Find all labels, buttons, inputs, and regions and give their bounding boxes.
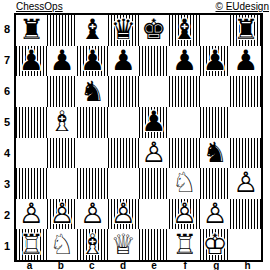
square-e7: [139, 46, 170, 77]
square-a5: [16, 107, 47, 138]
black-pawn: ♟♟: [108, 46, 139, 77]
white-pawn: ♟♙: [16, 199, 47, 230]
square-c5: [77, 107, 108, 138]
white-pawn: ♟♙: [108, 199, 139, 230]
black-king: ♚♚: [139, 15, 170, 46]
piece-glyph: ♟: [139, 107, 170, 138]
white-knight: ♞♘: [169, 168, 200, 199]
white-bishop: ♝♗: [77, 229, 108, 260]
white-pawn: ♟♙: [230, 168, 261, 199]
square-f5: [169, 107, 200, 138]
square-h5: [230, 107, 261, 138]
piece-glyph: ♖: [169, 229, 200, 260]
piece-glyph: ♟: [16, 46, 47, 77]
square-d2: ♟♙: [108, 199, 139, 230]
board-area: 87654321 ♜♜♝♝♛♛♚♚♝♝♜♜♟♟♟♟♟♟♟♟♟♟♟♟♟♟♞♞♝♗♟…: [0, 13, 270, 262]
rank-label-1: 1: [0, 231, 14, 262]
square-a6: [16, 76, 47, 107]
piece-glyph: ♝: [77, 15, 108, 46]
file-label-e: e: [139, 262, 170, 270]
square-b6: [47, 76, 78, 107]
square-d5: [108, 107, 139, 138]
rank-label-4: 4: [0, 138, 14, 169]
white-pawn: ♟♙: [200, 199, 231, 230]
square-d3: [108, 168, 139, 199]
header-bar: ChessOps © EUdesign: [0, 0, 270, 13]
piece-glyph: ♟: [108, 46, 139, 77]
square-d7: ♟♟: [108, 46, 139, 77]
square-h3: ♟♙: [230, 168, 261, 199]
square-f7: ♟♟: [169, 46, 200, 77]
white-pawn: ♟♙: [47, 199, 78, 230]
piece-glyph: ♗: [47, 107, 78, 138]
square-g6: [200, 76, 231, 107]
square-f8: ♝♝: [169, 15, 200, 46]
black-knight: ♞♞: [200, 138, 231, 169]
square-b1: ♞♘: [47, 229, 78, 260]
square-c3: [77, 168, 108, 199]
square-c6: ♞♞: [77, 76, 108, 107]
credit-link[interactable]: © EUdesign: [215, 1, 269, 13]
piece-glyph: ♞: [77, 76, 108, 107]
piece-glyph: ♝: [169, 15, 200, 46]
square-b4: [47, 138, 78, 169]
rank-labels: 87654321: [0, 13, 14, 262]
square-f3: ♞♘: [169, 168, 200, 199]
file-label-g: g: [201, 262, 232, 270]
square-d4: [108, 138, 139, 169]
square-f1: ♜♖: [169, 229, 200, 260]
square-b3: [47, 168, 78, 199]
black-queen: ♛♛: [108, 15, 139, 46]
square-h8: ♜♜: [230, 15, 261, 46]
square-a8: ♜♜: [16, 15, 47, 46]
piece-glyph: ♟: [230, 46, 261, 77]
square-b5: ♝♗: [47, 107, 78, 138]
rank-label-8: 8: [0, 13, 14, 44]
black-pawn: ♟♟: [169, 46, 200, 77]
rank-label-5: 5: [0, 106, 14, 137]
square-h4: [230, 138, 261, 169]
square-e2: [139, 199, 170, 230]
square-a2: ♟♙: [16, 199, 47, 230]
black-pawn: ♟♟: [139, 107, 170, 138]
square-d8: ♛♛: [108, 15, 139, 46]
piece-glyph: ♜: [16, 15, 47, 46]
black-knight: ♞♞: [77, 76, 108, 107]
black-pawn: ♟♟: [230, 46, 261, 77]
square-c7: ♟♟: [77, 46, 108, 77]
piece-glyph: ♙: [200, 199, 231, 230]
square-e3: [139, 168, 170, 199]
piece-glyph: ♟: [200, 46, 231, 77]
square-g1: ♚♔: [200, 229, 231, 260]
white-queen: ♛♕: [108, 229, 139, 260]
file-label-f: f: [170, 262, 201, 270]
white-pawn: ♟♙: [139, 138, 170, 169]
square-a1: ♜♖: [16, 229, 47, 260]
square-f2: ♟♙: [169, 199, 200, 230]
piece-glyph: ♙: [77, 199, 108, 230]
square-e5: ♟♟: [139, 107, 170, 138]
black-bishop: ♝♝: [169, 15, 200, 46]
square-e4: ♟♙: [139, 138, 170, 169]
piece-glyph: ♙: [16, 199, 47, 230]
piece-glyph: ♕: [108, 229, 139, 260]
rank-label-6: 6: [0, 75, 14, 106]
piece-glyph: ♛: [108, 15, 139, 46]
square-a3: [16, 168, 47, 199]
rank-label-3: 3: [0, 169, 14, 200]
square-c1: ♝♗: [77, 229, 108, 260]
square-g3: [200, 168, 231, 199]
square-a4: [16, 138, 47, 169]
square-g2: ♟♙: [200, 199, 231, 230]
square-f4: [169, 138, 200, 169]
black-pawn: ♟♟: [16, 46, 47, 77]
piece-glyph: ♞: [200, 138, 231, 169]
file-label-a: a: [14, 262, 45, 270]
black-rook: ♜♜: [230, 15, 261, 46]
black-pawn: ♟♟: [77, 46, 108, 77]
square-h7: ♟♟: [230, 46, 261, 77]
square-h1: [230, 229, 261, 260]
piece-glyph: ♙: [230, 168, 261, 199]
piece-glyph: ♟: [169, 46, 200, 77]
white-king: ♚♔: [200, 229, 231, 260]
white-pawn: ♟♙: [169, 199, 200, 230]
square-f6: [169, 76, 200, 107]
piece-glyph: ♙: [169, 199, 200, 230]
chessops-window: ChessOps © EUdesign 87654321 ♜♜♝♝♛♛♚♚♝♝♜…: [0, 0, 270, 270]
piece-glyph: ♜: [230, 15, 261, 46]
black-bishop: ♝♝: [77, 15, 108, 46]
piece-glyph: ♘: [47, 229, 78, 260]
piece-glyph: ♟: [77, 46, 108, 77]
white-rook: ♜♖: [169, 229, 200, 260]
rank-label-2: 2: [0, 200, 14, 231]
black-pawn: ♟♟: [47, 46, 78, 77]
white-knight: ♞♘: [47, 229, 78, 260]
square-d6: [108, 76, 139, 107]
square-a7: ♟♟: [16, 46, 47, 77]
black-pawn: ♟♟: [200, 46, 231, 77]
square-c2: ♟♙: [77, 199, 108, 230]
square-e1: [139, 229, 170, 260]
piece-glyph: ♙: [139, 138, 170, 169]
piece-glyph: ♟: [47, 46, 78, 77]
black-rook: ♜♜: [16, 15, 47, 46]
square-g7: ♟♟: [200, 46, 231, 77]
piece-glyph: ♗: [77, 229, 108, 260]
white-pawn: ♟♙: [77, 199, 108, 230]
white-bishop: ♝♗: [47, 107, 78, 138]
square-h6: [230, 76, 261, 107]
square-e6: [139, 76, 170, 107]
square-b2: ♟♙: [47, 199, 78, 230]
square-b7: ♟♟: [47, 46, 78, 77]
piece-glyph: ♘: [169, 168, 200, 199]
piece-glyph: ♖: [16, 229, 47, 260]
piece-glyph: ♙: [47, 199, 78, 230]
file-labels: abcdefgh: [14, 262, 263, 270]
square-e8: ♚♚: [139, 15, 170, 46]
file-label-b: b: [45, 262, 76, 270]
file-label-d: d: [107, 262, 138, 270]
square-b8: [47, 15, 78, 46]
piece-glyph: ♙: [108, 199, 139, 230]
square-g5: [200, 107, 231, 138]
piece-glyph: ♔: [200, 229, 231, 260]
piece-glyph: ♚: [139, 15, 170, 46]
file-label-h: h: [232, 262, 263, 270]
white-rook: ♜♖: [16, 229, 47, 260]
app-title-link[interactable]: ChessOps: [16, 1, 63, 13]
square-h2: [230, 199, 261, 230]
rank-label-7: 7: [0, 44, 14, 75]
square-c8: ♝♝: [77, 15, 108, 46]
square-g4: ♞♞: [200, 138, 231, 169]
square-d1: ♛♕: [108, 229, 139, 260]
chess-board: ♜♜♝♝♛♛♚♚♝♝♜♜♟♟♟♟♟♟♟♟♟♟♟♟♟♟♞♞♝♗♟♟♟♙♞♞♞♘♟♙…: [14, 13, 263, 262]
file-label-c: c: [76, 262, 107, 270]
square-g8: [200, 15, 231, 46]
square-c4: [77, 138, 108, 169]
